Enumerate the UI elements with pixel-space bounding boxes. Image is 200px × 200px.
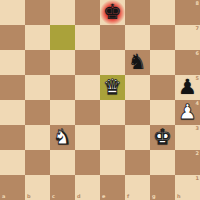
square-a4[interactable] [0,100,25,125]
square-e6[interactable] [100,50,125,75]
square-d5[interactable] [75,75,100,100]
square-c3[interactable]: ♞ [50,125,75,150]
rank-label-3: 3 [196,126,199,131]
square-a3[interactable] [0,125,25,150]
black-pawn-icon: ♟ [175,75,200,100]
square-a7[interactable] [0,25,25,50]
square-d2[interactable] [75,150,100,175]
square-g4[interactable] [150,100,175,125]
square-b4[interactable] [25,100,50,125]
rank-label-2: 2 [196,151,199,156]
square-d1[interactable]: d [75,175,100,200]
square-g5[interactable] [150,75,175,100]
square-g2[interactable] [150,150,175,175]
square-b2[interactable] [25,150,50,175]
square-e1[interactable]: e [100,175,125,200]
file-label-b: b [27,194,31,199]
square-h2[interactable]: 2 [175,150,200,175]
square-e7[interactable] [100,25,125,50]
square-b3[interactable] [25,125,50,150]
rank-label-1: 1 [196,176,199,181]
square-d7[interactable] [75,25,100,50]
square-h4[interactable]: ♟4 [175,100,200,125]
square-a1[interactable]: a [0,175,25,200]
square-g6[interactable] [150,50,175,75]
chess-board[interactable]: ♚87♞6♛♟5♟4♞♚32abcdefg1h [0,0,200,200]
square-c5[interactable] [50,75,75,100]
square-b5[interactable] [25,75,50,100]
square-c7-lastmove-highlight[interactable] [50,25,75,50]
file-label-c: c [52,194,55,199]
file-label-g: g [152,194,156,199]
square-a6[interactable] [0,50,25,75]
square-c2[interactable] [50,150,75,175]
square-f6[interactable]: ♞ [125,50,150,75]
square-c6[interactable] [50,50,75,75]
white-pawn-icon: ♟ [175,100,200,125]
square-f3[interactable] [125,125,150,150]
square-h6[interactable]: 6 [175,50,200,75]
square-e5-lastmove-highlight[interactable]: ♛ [100,75,125,100]
square-h8[interactable]: 8 [175,0,200,25]
square-g1[interactable]: g [150,175,175,200]
black-knight-icon: ♞ [125,50,150,75]
square-d8[interactable] [75,0,100,25]
square-c4[interactable] [50,100,75,125]
rank-label-7: 7 [196,26,199,31]
square-h5[interactable]: ♟5 [175,75,200,100]
square-h1[interactable]: 1h [175,175,200,200]
square-a2[interactable] [0,150,25,175]
square-f8[interactable] [125,0,150,25]
white-king-icon: ♚ [150,125,175,150]
square-c8[interactable] [50,0,75,25]
square-g8[interactable] [150,0,175,25]
square-f2[interactable] [125,150,150,175]
white-queen-icon: ♛ [100,75,125,100]
square-d4[interactable] [75,100,100,125]
file-label-a: a [2,194,5,199]
square-b1[interactable]: b [25,175,50,200]
square-d6[interactable] [75,50,100,75]
square-a8[interactable] [0,0,25,25]
file-label-f: f [127,194,129,199]
square-f7[interactable] [125,25,150,50]
square-e2[interactable] [100,150,125,175]
square-h3[interactable]: 3 [175,125,200,150]
rank-label-6: 6 [196,51,199,56]
rank-label-8: 8 [196,1,199,6]
square-b7[interactable] [25,25,50,50]
white-knight-icon: ♞ [50,125,75,150]
square-b8[interactable] [25,0,50,25]
square-h7[interactable]: 7 [175,25,200,50]
square-f4[interactable] [125,100,150,125]
square-c1[interactable]: c [50,175,75,200]
square-g7[interactable] [150,25,175,50]
black-king-icon: ♚ [100,0,125,25]
square-g3[interactable]: ♚ [150,125,175,150]
file-label-e: e [102,194,105,199]
square-e8-check-highlight[interactable]: ♚ [100,0,125,25]
square-a5[interactable] [0,75,25,100]
square-f1[interactable]: f [125,175,150,200]
square-e4[interactable] [100,100,125,125]
square-e3[interactable] [100,125,125,150]
square-b6[interactable] [25,50,50,75]
square-d3[interactable] [75,125,100,150]
file-label-d: d [77,194,81,199]
file-label-h: h [177,194,181,199]
square-f5[interactable] [125,75,150,100]
